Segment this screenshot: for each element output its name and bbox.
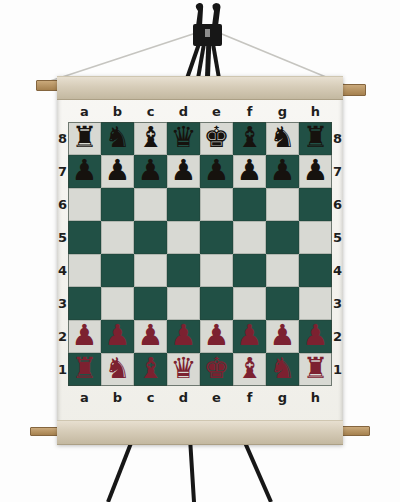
square-c7[interactable]: ♟	[134, 155, 167, 188]
square-f7[interactable]: ♟	[233, 155, 266, 188]
square-h1[interactable]: ♜	[299, 353, 332, 386]
file-label-bottom-b: b	[101, 386, 134, 408]
square-c3[interactable]	[134, 287, 167, 320]
rank-label-left-4: 4	[57, 254, 68, 287]
square-b4[interactable]	[101, 254, 134, 287]
rank-label-left-1: 1	[57, 353, 68, 386]
easel-lower-leg-right	[243, 438, 271, 502]
board-corner-top	[57, 100, 68, 122]
piece-black-pawn-h7[interactable]: ♟	[303, 156, 329, 185]
square-a6[interactable]	[68, 188, 101, 221]
square-a2[interactable]: ♟	[68, 320, 101, 353]
easel-apex-hook	[196, 3, 203, 26]
piece-black-queen-d8[interactable]: ♛	[171, 123, 197, 152]
square-a1[interactable]: ♜	[68, 353, 101, 386]
square-g2[interactable]: ♟	[266, 320, 299, 353]
dowel-top-right-tip	[341, 84, 366, 96]
piece-white-queen-d1[interactable]: ♛	[171, 354, 197, 383]
square-b1[interactable]: ♞	[101, 353, 134, 386]
file-label-top-b: b	[101, 100, 134, 122]
square-f2[interactable]: ♟	[233, 320, 266, 353]
rank-label-right-3: 3	[332, 287, 343, 320]
easel-apex-hook	[212, 3, 221, 26]
square-a8[interactable]: ♜	[68, 122, 101, 155]
rank-label-right-4: 4	[332, 254, 343, 287]
piece-white-pawn-b2[interactable]: ♟	[105, 321, 131, 350]
rank-label-left-2: 2	[57, 320, 68, 353]
rank-label-left-7: 7	[57, 155, 68, 188]
board-corner-bottom	[57, 386, 68, 408]
square-h8[interactable]: ♜	[299, 122, 332, 155]
square-b2[interactable]: ♟	[101, 320, 134, 353]
piece-black-rook-a8[interactable]: ♜	[72, 123, 98, 152]
file-label-top-g: g	[266, 100, 299, 122]
piece-black-pawn-a7[interactable]: ♟	[72, 156, 98, 185]
piece-white-bishop-c1[interactable]: ♝	[138, 354, 164, 383]
square-f6[interactable]	[233, 188, 266, 221]
piece-black-bishop-f8[interactable]: ♝	[237, 123, 263, 152]
square-e1[interactable]: ♚	[200, 353, 233, 386]
square-d6[interactable]	[167, 188, 200, 221]
piece-black-pawn-e7[interactable]: ♟	[204, 156, 230, 185]
board-corner-bottom	[332, 386, 343, 408]
piece-white-pawn-g2[interactable]: ♟	[270, 321, 296, 350]
square-h2[interactable]: ♟	[299, 320, 332, 353]
rank-label-left-5: 5	[57, 221, 68, 254]
file-label-bottom-f: f	[233, 386, 266, 408]
square-f3[interactable]	[233, 287, 266, 320]
square-b8[interactable]: ♞	[101, 122, 134, 155]
bottom-dowel-sleeve	[57, 420, 343, 445]
square-d8[interactable]: ♛	[167, 122, 200, 155]
file-label-bottom-h: h	[299, 386, 332, 408]
piece-black-pawn-b7[interactable]: ♟	[105, 156, 131, 185]
piece-white-king-e1[interactable]: ♚	[204, 354, 230, 383]
file-label-top-f: f	[233, 100, 266, 122]
rank-label-right-2: 2	[332, 320, 343, 353]
square-e6[interactable]	[200, 188, 233, 221]
square-g7[interactable]: ♟	[266, 155, 299, 188]
file-label-top-e: e	[200, 100, 233, 122]
piece-white-pawn-d2[interactable]: ♟	[171, 321, 197, 350]
square-d5[interactable]	[167, 221, 200, 254]
file-label-bottom-e: e	[200, 386, 233, 408]
piece-white-pawn-a2[interactable]: ♟	[72, 321, 98, 350]
rank-label-right-5: 5	[332, 221, 343, 254]
rank-label-right-6: 6	[332, 188, 343, 221]
demo-board-banner: abcdefgh8♜♞♝♛♚♝♞♜87♟♟♟♟♟♟♟♟7665544332♟♟♟…	[57, 76, 343, 445]
square-f1[interactable]: ♝	[233, 353, 266, 386]
square-g4[interactable]	[266, 254, 299, 287]
rank-label-left-3: 3	[57, 287, 68, 320]
piece-white-knight-g1[interactable]: ♞	[270, 354, 296, 383]
square-e5[interactable]	[200, 221, 233, 254]
square-c5[interactable]	[134, 221, 167, 254]
square-b5[interactable]	[101, 221, 134, 254]
board-grid: abcdefgh8♜♞♝♛♚♝♞♜87♟♟♟♟♟♟♟♟7665544332♟♟♟…	[57, 100, 343, 408]
dowel-bottom-right-tip	[341, 426, 370, 436]
square-b6[interactable]	[101, 188, 134, 221]
square-g1[interactable]: ♞	[266, 353, 299, 386]
file-label-top-c: c	[134, 100, 167, 122]
piece-white-pawn-c2[interactable]: ♟	[138, 321, 164, 350]
square-h6[interactable]	[299, 188, 332, 221]
square-f5[interactable]	[233, 221, 266, 254]
square-f4[interactable]	[233, 254, 266, 287]
square-a4[interactable]	[68, 254, 101, 287]
square-e8[interactable]: ♚	[200, 122, 233, 155]
rank-label-left-8: 8	[57, 122, 68, 155]
square-d1[interactable]: ♛	[167, 353, 200, 386]
piece-black-rook-h8[interactable]: ♜	[303, 123, 329, 152]
top-dowel-sleeve	[57, 76, 343, 100]
piece-black-knight-b8[interactable]: ♞	[105, 123, 131, 152]
square-h3[interactable]	[299, 287, 332, 320]
square-b3[interactable]	[101, 287, 134, 320]
square-d3[interactable]	[167, 287, 200, 320]
piece-black-bishop-c8[interactable]: ♝	[138, 123, 164, 152]
square-h7[interactable]: ♟	[299, 155, 332, 188]
square-c1[interactable]: ♝	[134, 353, 167, 386]
piece-white-rook-a1[interactable]: ♜	[72, 354, 98, 383]
square-g5[interactable]	[266, 221, 299, 254]
piece-white-pawn-f2[interactable]: ♟	[237, 321, 263, 350]
piece-black-knight-g8[interactable]: ♞	[270, 123, 296, 152]
piece-black-pawn-f7[interactable]: ♟	[237, 156, 263, 185]
file-label-top-d: d	[167, 100, 200, 122]
square-g8[interactable]: ♞	[266, 122, 299, 155]
square-d7[interactable]: ♟	[167, 155, 200, 188]
square-a5[interactable]	[68, 221, 101, 254]
piece-white-pawn-e2[interactable]: ♟	[204, 321, 230, 350]
square-e3[interactable]	[200, 287, 233, 320]
file-label-top-h: h	[299, 100, 332, 122]
square-d2[interactable]: ♟	[167, 320, 200, 353]
piece-black-king-e8[interactable]: ♚	[204, 123, 230, 152]
square-e4[interactable]	[200, 254, 233, 287]
square-h4[interactable]	[299, 254, 332, 287]
square-a7[interactable]: ♟	[68, 155, 101, 188]
easel-apex-bolt	[205, 29, 210, 37]
easel-lower-leg-middle	[190, 438, 194, 502]
piece-white-bishop-f1[interactable]: ♝	[237, 354, 263, 383]
piece-black-pawn-d7[interactable]: ♟	[171, 156, 197, 185]
square-e7[interactable]: ♟	[200, 155, 233, 188]
scene: abcdefgh8♜♞♝♛♚♝♞♜87♟♟♟♟♟♟♟♟7665544332♟♟♟…	[0, 0, 400, 502]
square-d4[interactable]	[167, 254, 200, 287]
rank-label-right-8: 8	[332, 122, 343, 155]
file-label-bottom-a: a	[68, 386, 101, 408]
rank-label-right-1: 1	[332, 353, 343, 386]
square-c6[interactable]	[134, 188, 167, 221]
square-h5[interactable]	[299, 221, 332, 254]
square-f8[interactable]: ♝	[233, 122, 266, 155]
piece-white-knight-b1[interactable]: ♞	[105, 354, 131, 383]
square-e2[interactable]: ♟	[200, 320, 233, 353]
file-label-bottom-c: c	[134, 386, 167, 408]
rank-label-left-6: 6	[57, 188, 68, 221]
piece-white-rook-h1[interactable]: ♜	[303, 354, 329, 383]
square-b7[interactable]: ♟	[101, 155, 134, 188]
square-c8[interactable]: ♝	[134, 122, 167, 155]
square-g3[interactable]	[266, 287, 299, 320]
file-label-bottom-g: g	[266, 386, 299, 408]
piece-white-pawn-h2[interactable]: ♟	[303, 321, 329, 350]
piece-black-pawn-c7[interactable]: ♟	[138, 156, 164, 185]
rank-label-right-7: 7	[332, 155, 343, 188]
square-c4[interactable]	[134, 254, 167, 287]
piece-black-pawn-g7[interactable]: ♟	[270, 156, 296, 185]
easel-lower-leg-left	[108, 438, 133, 502]
square-a3[interactable]	[68, 287, 101, 320]
file-label-bottom-d: d	[167, 386, 200, 408]
square-c2[interactable]: ♟	[134, 320, 167, 353]
file-label-top-a: a	[68, 100, 101, 122]
square-g6[interactable]	[266, 188, 299, 221]
board-corner-top	[332, 100, 343, 122]
